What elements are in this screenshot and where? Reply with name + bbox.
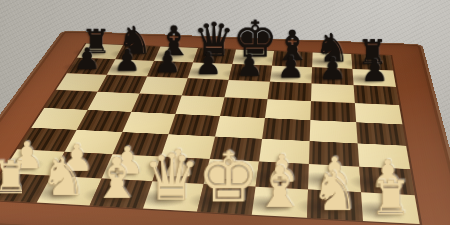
white-rook[interactable]: ♜ (361, 192, 420, 224)
square-h7[interactable]: ♟ (352, 69, 396, 87)
square-h1[interactable]: ♜ (361, 192, 420, 224)
black-pawn-glyph: ♟ (188, 49, 229, 79)
black-pawn-glyph: ♟ (354, 55, 396, 86)
square-f4[interactable] (262, 118, 310, 141)
square-c6[interactable] (140, 77, 188, 96)
square-c7[interactable]: ♟ (147, 61, 193, 78)
black-pawn[interactable]: ♟ (270, 66, 312, 84)
black-pawn-glyph: ♟ (67, 44, 108, 74)
black-pawn[interactable]: ♟ (229, 64, 272, 82)
white-queen-glyph: ♛ (143, 145, 198, 209)
square-h4[interactable] (356, 122, 406, 145)
square-e7[interactable]: ♟ (229, 64, 272, 82)
square-g1[interactable]: ♞ (307, 190, 363, 221)
board-grid: ♜♞♝♛♚♝♞♜♟♟♟♟♟♟♟♟♟♟♟♟♟♟♟♟♜♞♝♛♚♝♞♜ (0, 44, 420, 224)
square-e6[interactable] (225, 80, 270, 99)
white-king[interactable]: ♚ (197, 184, 255, 215)
black-pawn-glyph: ♟ (229, 50, 270, 80)
square-f6[interactable] (268, 82, 312, 101)
square-a5[interactable] (44, 90, 97, 110)
square-a6[interactable] (56, 73, 107, 91)
square-d4[interactable] (168, 114, 220, 137)
white-knight[interactable]: ♞ (307, 190, 363, 221)
square-g7[interactable]: ♟ (312, 67, 354, 85)
chess-board: ♜♞♝♛♚♝♞♜♟♟♟♟♟♟♟♟♟♟♟♟♟♟♟♟♜♞♝♛♚♝♞♜ (0, 31, 450, 225)
square-h5[interactable] (355, 103, 403, 124)
square-e5[interactable] (220, 97, 268, 118)
white-rook-glyph: ♜ (363, 175, 419, 222)
white-queen[interactable]: ♛ (143, 181, 204, 211)
square-f5[interactable] (265, 99, 311, 120)
black-pawn-glyph: ♟ (270, 52, 312, 82)
white-king-glyph: ♚ (197, 143, 252, 213)
black-pawn[interactable]: ♟ (147, 61, 193, 78)
black-pawn-glyph: ♟ (312, 53, 354, 84)
black-pawn-glyph: ♟ (147, 47, 188, 77)
white-bishop-glyph: ♝ (89, 150, 143, 207)
square-c4[interactable] (122, 112, 175, 134)
board-frame: ♜♞♝♛♚♝♞♜♟♟♟♟♟♟♟♟♟♟♟♟♟♟♟♟♜♞♝♛♚♝♞♜ (0, 31, 450, 225)
square-d7[interactable]: ♟ (188, 63, 233, 80)
white-rook-glyph: ♜ (0, 155, 38, 200)
white-bishop[interactable]: ♝ (252, 187, 308, 218)
photo-background: ♜♞♝♛♚♝♞♜♟♟♟♟♟♟♟♟♟♟♟♟♟♟♟♟♜♞♝♛♚♝♞♜ (0, 0, 450, 225)
black-pawn[interactable]: ♟ (312, 67, 354, 85)
square-e4[interactable] (215, 116, 265, 139)
square-h6[interactable] (354, 85, 399, 105)
square-d6[interactable] (182, 78, 229, 97)
square-c5[interactable] (131, 93, 182, 113)
square-g6[interactable] (311, 83, 355, 102)
white-bishop-glyph: ♝ (252, 158, 307, 216)
black-pawn-glyph: ♟ (107, 45, 148, 75)
white-knight-glyph: ♞ (307, 164, 363, 218)
square-d1[interactable]: ♛ (143, 181, 204, 211)
square-f1[interactable]: ♝ (252, 187, 308, 218)
black-pawn[interactable]: ♟ (352, 69, 396, 87)
square-g4[interactable] (310, 120, 358, 143)
white-knight-glyph: ♞ (36, 151, 90, 204)
square-e1[interactable]: ♚ (197, 184, 255, 215)
square-f7[interactable]: ♟ (270, 66, 312, 84)
square-d5[interactable] (175, 95, 224, 116)
black-pawn[interactable]: ♟ (188, 63, 233, 80)
square-g5[interactable] (310, 101, 356, 122)
